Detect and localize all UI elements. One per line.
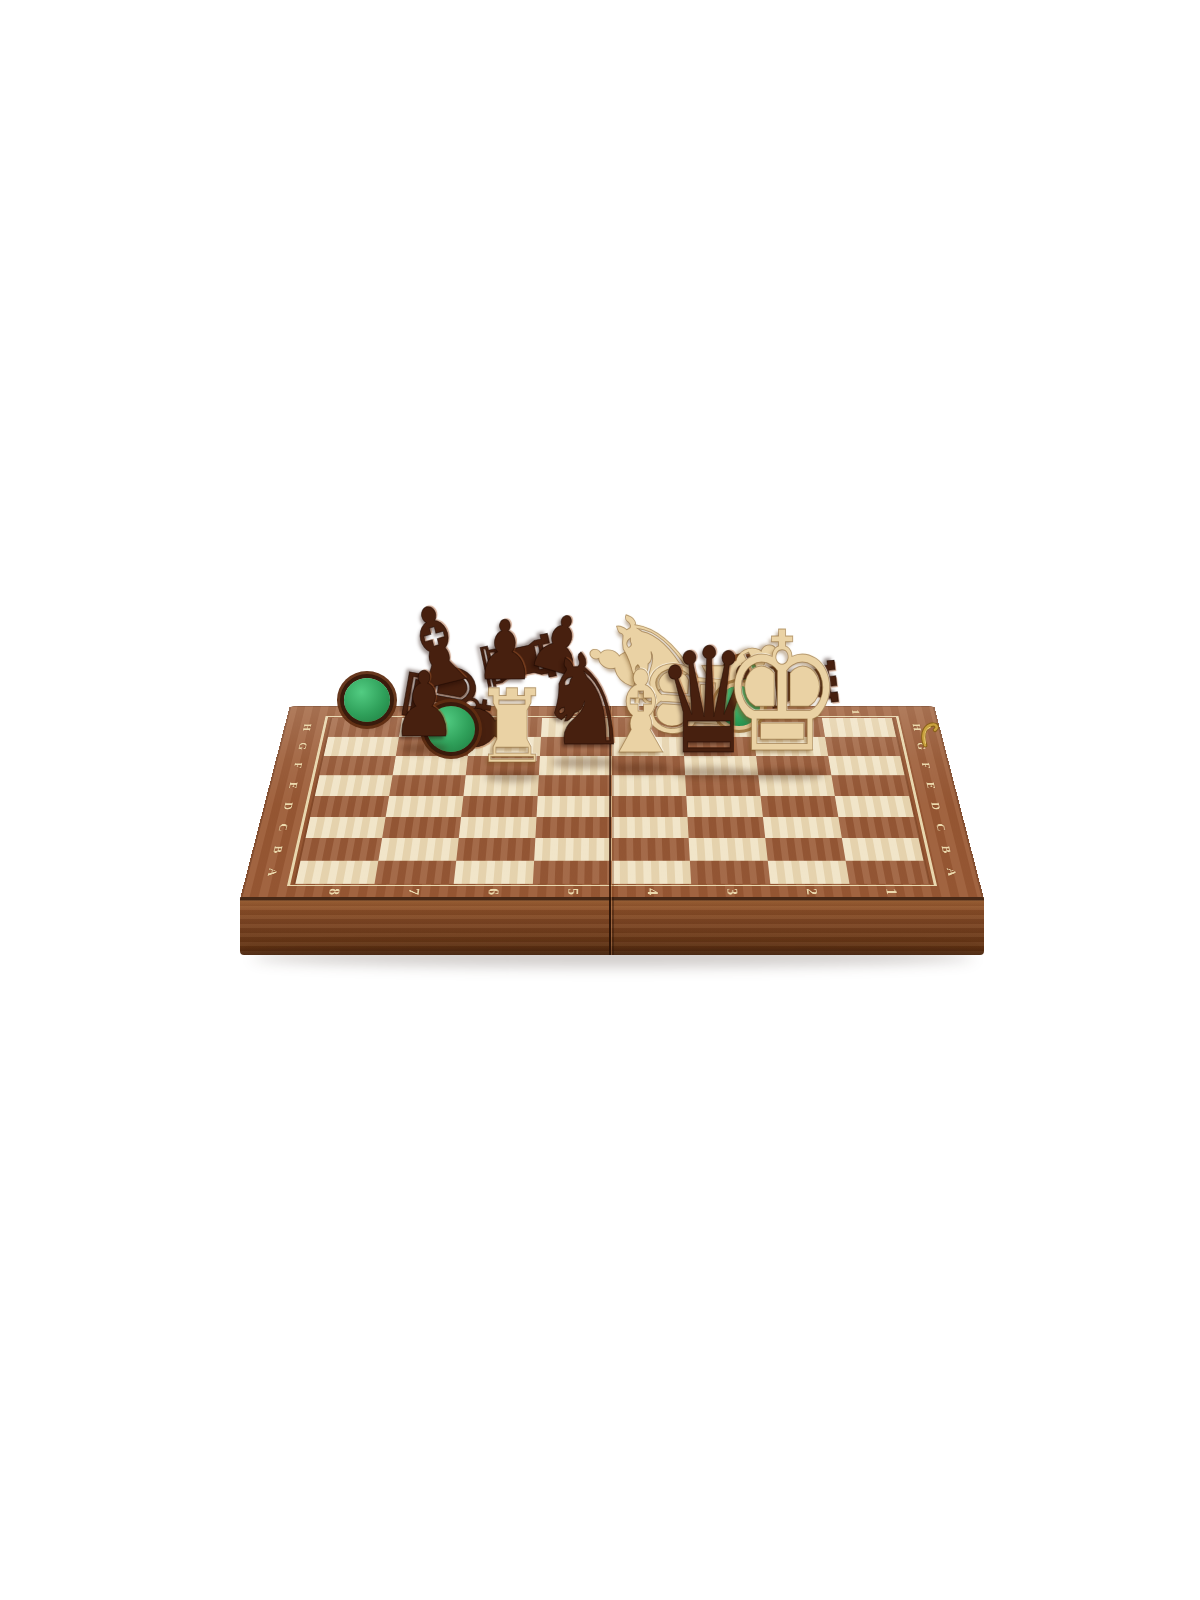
piece-shadow — [671, 767, 747, 778]
piece-shadow — [551, 757, 617, 768]
piece-shadow — [611, 763, 670, 774]
dark-bishop: ♝ — [385, 586, 488, 710]
light-knight: ♞ — [586, 581, 713, 719]
piece-shadow — [485, 771, 538, 782]
light-bishop: ♝ — [599, 656, 683, 770]
dark-pawn: ♟ — [475, 610, 535, 692]
piece-shadow — [739, 769, 825, 780]
pieces-pile: ♝♟♟♚♜♞♟♝♚♜♟♞♜♟♝♛♚ — [0, 0, 1200, 1600]
product-photo-scene: HH88GG77FF66EE55DD44CC33BB22AA11 ♝♟♟♚♜♞♟… — [0, 0, 1200, 1600]
dark-knight: ♞ — [538, 638, 631, 764]
dark-rook: ♜ — [754, 647, 850, 722]
felt-base — [718, 686, 760, 726]
light-pawn: ♟ — [573, 625, 659, 699]
dark-rook: ♜ — [463, 619, 569, 706]
piece-shadow — [401, 743, 448, 754]
dark-pawn: ♟ — [521, 599, 598, 690]
felt-base — [344, 678, 390, 722]
light-rook: ♜ — [475, 676, 550, 778]
